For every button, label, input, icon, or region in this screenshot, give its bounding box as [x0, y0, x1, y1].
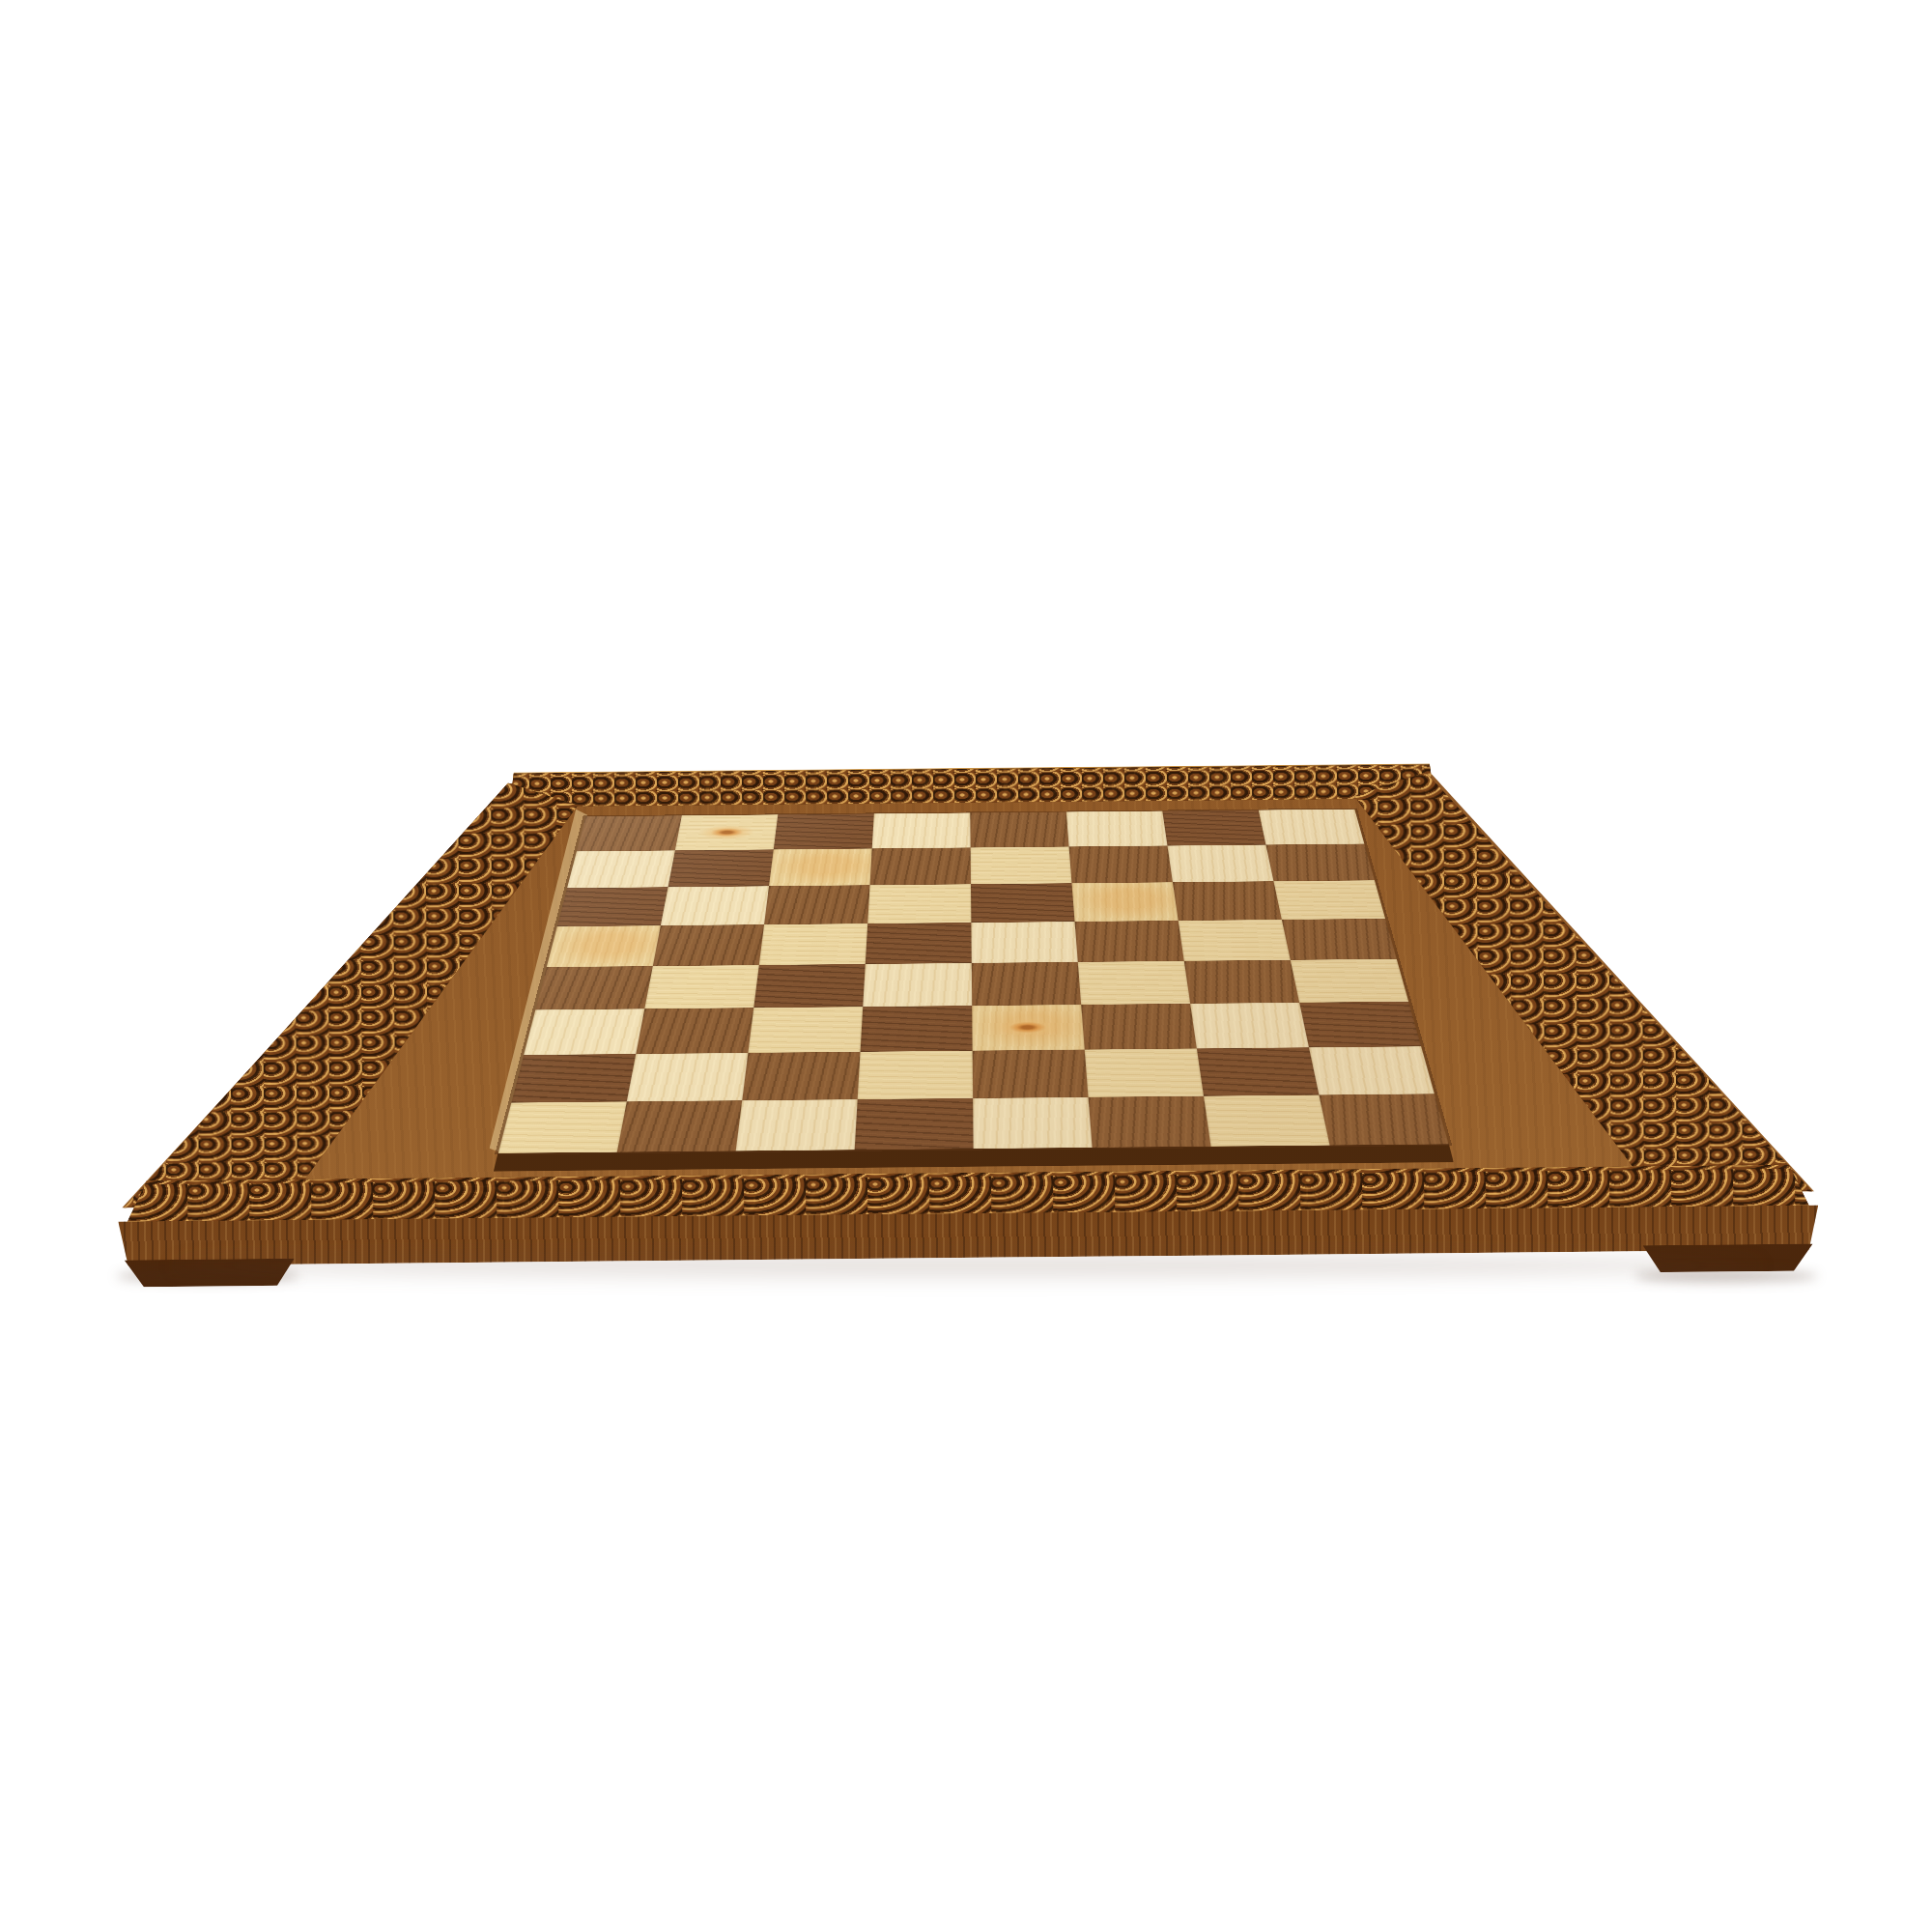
board-square[interactable]	[524, 1009, 644, 1055]
board-square[interactable]	[855, 1098, 974, 1150]
board-square[interactable]	[1197, 1047, 1320, 1095]
board-shadow	[169, 1254, 1763, 1277]
board-square[interactable]	[1173, 881, 1282, 921]
board-square[interactable]	[759, 923, 867, 965]
board-square[interactable]	[498, 1101, 627, 1152]
board-square[interactable]	[866, 923, 972, 964]
board-square[interactable]	[557, 887, 668, 926]
board-square[interactable]	[1273, 880, 1385, 920]
chess-board	[0, 0, 1932, 1932]
checkerboard	[498, 810, 1449, 1153]
board-square[interactable]	[973, 1097, 1092, 1149]
board-square[interactable]	[872, 812, 971, 848]
board-square[interactable]	[748, 1007, 863, 1053]
board-square[interactable]	[971, 922, 1077, 963]
wood-knot	[996, 1018, 1059, 1037]
board-square[interactable]	[653, 924, 764, 966]
board-square[interactable]	[870, 847, 971, 885]
board-square[interactable]	[1179, 920, 1291, 961]
board-square[interactable]	[1089, 1096, 1211, 1148]
board-square[interactable]	[863, 963, 972, 1007]
board-square[interactable]	[764, 885, 869, 924]
board-square[interactable]	[1071, 882, 1178, 922]
board-square[interactable]	[736, 1099, 858, 1151]
foot-shadow-left	[116, 1269, 299, 1283]
board-square[interactable]	[547, 925, 661, 967]
board-square[interactable]	[971, 883, 1075, 923]
board-square[interactable]	[1259, 810, 1365, 845]
board-square[interactable]	[617, 1100, 743, 1151]
product-photo	[0, 0, 1932, 1932]
board-square[interactable]	[1069, 846, 1173, 884]
board-square[interactable]	[742, 1052, 860, 1100]
board-square[interactable]	[567, 850, 675, 888]
board-square[interactable]	[535, 966, 652, 1009]
board-square[interactable]	[971, 846, 1072, 884]
board-square[interactable]	[973, 1050, 1089, 1098]
board-square[interactable]	[1184, 960, 1299, 1004]
board-square[interactable]	[1282, 919, 1397, 960]
board-square[interactable]	[858, 1051, 973, 1099]
board-square[interactable]	[970, 811, 1068, 847]
board-square[interactable]	[627, 1053, 749, 1101]
board-square[interactable]	[1078, 961, 1190, 1005]
board-square[interactable]	[753, 964, 866, 1008]
board-square[interactable]	[1085, 1048, 1204, 1096]
board-square[interactable]	[769, 848, 872, 886]
board-square[interactable]	[661, 886, 769, 925]
board-square[interactable]	[511, 1054, 636, 1103]
board-square[interactable]	[577, 815, 682, 851]
board-square[interactable]	[668, 849, 774, 887]
board-square[interactable]	[972, 962, 1081, 1006]
board-square[interactable]	[1204, 1095, 1330, 1147]
board-square[interactable]	[1190, 1003, 1309, 1049]
board-square[interactable]	[867, 884, 971, 923]
board-square[interactable]	[1299, 1002, 1421, 1048]
board-square[interactable]	[644, 965, 759, 1009]
board-square[interactable]	[1319, 1094, 1448, 1145]
board-square[interactable]	[675, 814, 778, 850]
foot-shadow-right	[1634, 1269, 1818, 1283]
board-square[interactable]	[1075, 921, 1184, 962]
wood-knot	[698, 825, 755, 840]
board-square[interactable]	[1291, 959, 1408, 1003]
board-square[interactable]	[1309, 1046, 1435, 1094]
board-square[interactable]	[1167, 845, 1273, 883]
board-square[interactable]	[861, 1006, 973, 1052]
board-square[interactable]	[1265, 844, 1375, 882]
board-square[interactable]	[1066, 811, 1168, 847]
board-square[interactable]	[1162, 810, 1265, 846]
board-square[interactable]	[774, 813, 874, 849]
board-square[interactable]	[972, 1005, 1085, 1051]
board-square[interactable]	[1081, 1004, 1197, 1050]
board-square[interactable]	[636, 1008, 753, 1054]
